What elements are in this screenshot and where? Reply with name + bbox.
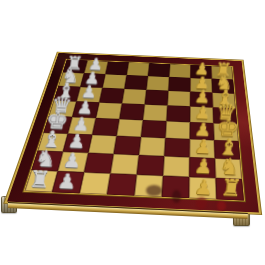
reflection: [146, 185, 162, 196]
reflection: [196, 197, 207, 209]
board-square: [99, 88, 124, 104]
board-square: [141, 120, 166, 138]
board-square: [127, 62, 150, 76]
board-square: [168, 77, 190, 92]
board-square: [166, 105, 190, 122]
board-perspective-wrapper: ♜♟♟♜♞♟♟♞♝♟♟♝♛♟♟♛♚♟♟♚♝♟♟♝♞♟♟♞♜♟♟♜: [7, 0, 265, 212]
piece-gold-pawn: ♟: [194, 157, 214, 177]
board-square: [114, 136, 141, 155]
board-square: [117, 119, 143, 137]
piece-silver-pawn: ♟: [62, 151, 82, 171]
board-square: [145, 90, 169, 106]
piece-gold-pawn: ♟: [194, 177, 215, 198]
chess-set-photo: ♜♟♟♜♞♟♟♞♝♟♟♝♛♟♟♛♚♟♟♚♝♟♟♝♞♟♟♞♜♟♟♜: [0, 0, 265, 265]
board-square: [122, 89, 146, 105]
board-square: [79, 172, 110, 194]
board-square: [88, 135, 116, 154]
board-square: [102, 74, 126, 89]
board-grid: ♜♟♟♜♞♟♟♞♝♟♟♝♛♟♟♛♚♟♟♚♝♟♟♝♞♟♟♞♜♟♟♜: [25, 60, 244, 201]
board-square: [84, 153, 114, 174]
board-square: ♟: [52, 171, 84, 193]
reflection: [217, 201, 226, 211]
board-square: [143, 104, 168, 121]
board-square: [119, 103, 144, 120]
board-square: ♟: [189, 177, 216, 199]
board-square: [139, 137, 165, 156]
board-square: [165, 121, 190, 139]
board-square: [105, 61, 128, 75]
board-square: [164, 138, 190, 157]
board-square: [96, 102, 122, 119]
reflection: [172, 190, 181, 203]
board-square: [146, 76, 169, 91]
board-square: [148, 63, 170, 77]
board-square: ♜: [25, 170, 58, 192]
board-square: [163, 156, 190, 177]
board-square: [137, 155, 165, 176]
piece-gold-rook: ♜: [220, 175, 244, 199]
board-square: [107, 173, 137, 195]
board-border: ♜♟♟♜♞♟♟♞♝♟♟♝♛♟♟♛♚♟♟♚♝♟♟♝♞♟♟♞♜♟♟♜: [7, 53, 259, 212]
board-square: [169, 64, 190, 78]
board-square: [110, 154, 139, 175]
board-square: [167, 91, 190, 107]
board-square: [124, 75, 148, 90]
board-square: [92, 118, 119, 136]
board-square: ♜: [216, 178, 244, 200]
piece-silver-rook: ♜: [28, 167, 52, 191]
piece-silver-pawn: ♟: [57, 171, 78, 192]
